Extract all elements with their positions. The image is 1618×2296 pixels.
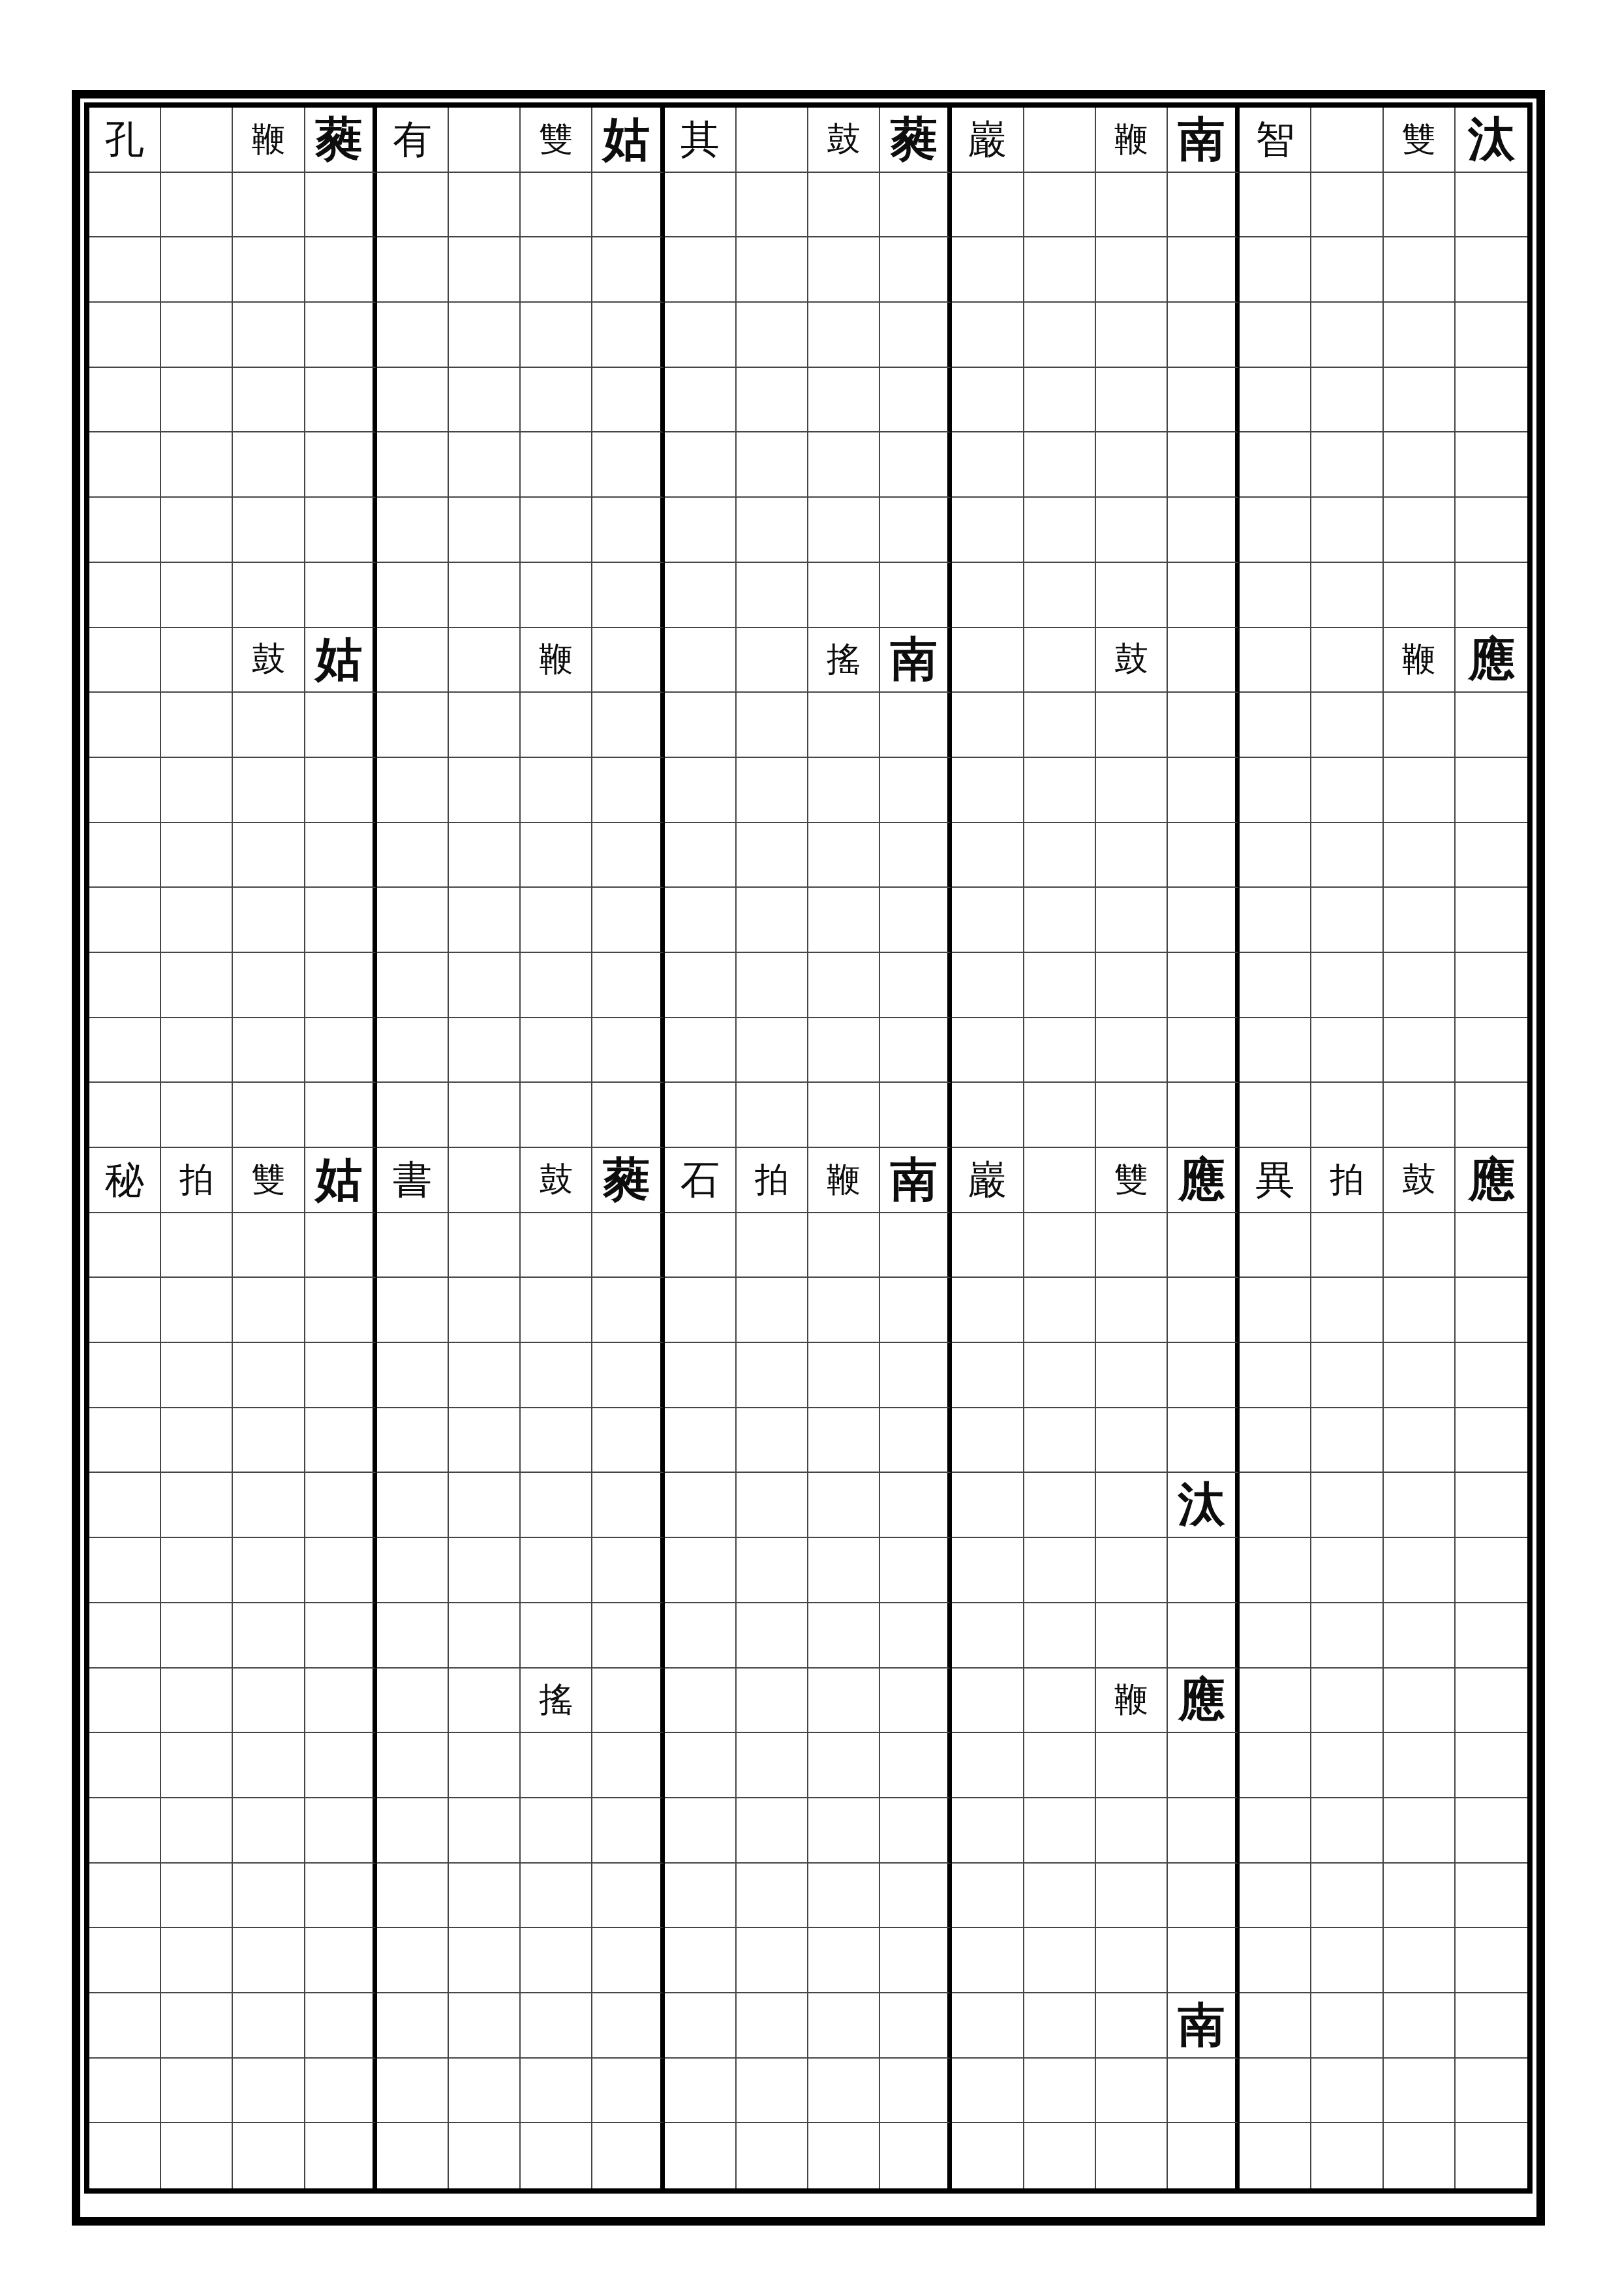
- cell-r19-c15: [1096, 1278, 1168, 1343]
- cell-r13-c10: [737, 888, 808, 953]
- cell-r28-c15: [1096, 1864, 1168, 1929]
- cell-r20-c3: [233, 1343, 305, 1408]
- cell-r21-c1: [89, 1408, 161, 1473]
- cell-r19-c10: [737, 1278, 808, 1343]
- cell-r8-c18: [1311, 563, 1383, 628]
- cell-r28-c2: [161, 1864, 233, 1929]
- cell-r27-c18: [1311, 1798, 1383, 1864]
- cell-r8-c20: [1456, 563, 1527, 628]
- cell-r23-c17: [1240, 1538, 1311, 1603]
- cell-r4-c18: [1311, 303, 1383, 368]
- cell-r27-c15: [1096, 1798, 1168, 1864]
- cell-r30-c5: [377, 1993, 449, 2059]
- cell-r13-c16: [1168, 888, 1240, 953]
- cell-r12-c6: [449, 823, 521, 888]
- cell-r27-c9: [665, 1798, 737, 1864]
- cell-r19-c4: [305, 1278, 377, 1343]
- janggu-glyph: 雙: [1114, 1163, 1148, 1197]
- cell-r26-c15: [1096, 1733, 1168, 1798]
- cell-r18-c9: [665, 1213, 737, 1278]
- cell-r26-c8: [592, 1733, 664, 1798]
- cell-r21-c12: [880, 1408, 952, 1473]
- cell-r32-c6: [449, 2123, 521, 2188]
- cell-r32-c11: [808, 2123, 880, 2188]
- cell-r17-c10: 拍: [737, 1148, 808, 1213]
- cell-r5-c1: [89, 368, 161, 433]
- cell-r7-c5: [377, 498, 449, 563]
- cell-r15-c4: [305, 1018, 377, 1083]
- cell-r5-c4: [305, 368, 377, 433]
- cell-r3-c13: [952, 237, 1024, 303]
- cell-r4-c1: [89, 303, 161, 368]
- cell-r4-c16: [1168, 303, 1240, 368]
- cell-r25-c17: [1240, 1669, 1311, 1734]
- cell-r26-c14: [1024, 1733, 1096, 1798]
- cell-r14-c11: [808, 953, 880, 1018]
- cell-r1-c14: [1024, 108, 1096, 173]
- cell-r23-c2: [161, 1538, 233, 1603]
- cell-r24-c16: [1168, 1603, 1240, 1669]
- cell-r7-c17: [1240, 498, 1311, 563]
- janggu-glyph: 鼓: [1402, 1163, 1436, 1197]
- lyric-glyph: 秘: [105, 1160, 144, 1200]
- cell-r21-c14: [1024, 1408, 1096, 1473]
- cell-r6-c10: [737, 432, 808, 498]
- cell-r25-c7: 搖: [521, 1669, 592, 1734]
- cell-r2-c11: [808, 173, 880, 238]
- cell-r1-c9: 其: [665, 108, 737, 173]
- cell-r7-c12: [880, 498, 952, 563]
- cell-r8-c5: [377, 563, 449, 628]
- cell-r28-c18: [1311, 1864, 1383, 1929]
- cell-r4-c12: [880, 303, 952, 368]
- cell-r19-c2: [161, 1278, 233, 1343]
- cell-r23-c6: [449, 1538, 521, 1603]
- cell-r2-c17: [1240, 173, 1311, 238]
- cell-r31-c11: [808, 2059, 880, 2124]
- cell-r30-c19: [1384, 1993, 1456, 2059]
- pitch-glyph: 南: [891, 636, 938, 683]
- cell-r25-c6: [449, 1669, 521, 1734]
- cell-r7-c9: [665, 498, 737, 563]
- cell-r32-c10: [737, 2123, 808, 2188]
- cell-r32-c18: [1311, 2123, 1383, 2188]
- cell-r8-c1: [89, 563, 161, 628]
- cell-r2-c6: [449, 173, 521, 238]
- bak-glyph: 拍: [179, 1163, 213, 1197]
- cell-r18-c3: [233, 1213, 305, 1278]
- cell-r31-c17: [1240, 2059, 1311, 2124]
- cell-r23-c11: [808, 1538, 880, 1603]
- cell-r29-c10: [737, 1928, 808, 1993]
- cell-r22-c20: [1456, 1473, 1527, 1538]
- cell-r15-c5: [377, 1018, 449, 1083]
- cell-r8-c13: [952, 563, 1024, 628]
- cell-r10-c5: [377, 693, 449, 758]
- cell-r20-c1: [89, 1343, 161, 1408]
- cell-r8-c14: [1024, 563, 1096, 628]
- cell-r16-c7: [521, 1083, 592, 1148]
- bak-glyph: 拍: [755, 1163, 789, 1197]
- cell-r21-c10: [737, 1408, 808, 1473]
- cell-r4-c11: [808, 303, 880, 368]
- cell-r19-c12: [880, 1278, 952, 1343]
- cell-r24-c9: [665, 1603, 737, 1669]
- janggu-glyph: 鼓: [251, 642, 285, 676]
- cell-r20-c19: [1384, 1343, 1456, 1408]
- cell-r28-c14: [1024, 1864, 1096, 1929]
- pitch-glyph: 應: [1178, 1156, 1225, 1203]
- cell-r21-c7: [521, 1408, 592, 1473]
- cell-r15-c6: [449, 1018, 521, 1083]
- cell-r29-c1: [89, 1928, 161, 1993]
- cell-r13-c13: [952, 888, 1024, 953]
- cell-r22-c7: [521, 1473, 592, 1538]
- cell-r15-c15: [1096, 1018, 1168, 1083]
- cell-r12-c19: [1384, 823, 1456, 888]
- cell-r14-c1: [89, 953, 161, 1018]
- pitch-glyph: 汰: [1178, 1481, 1225, 1528]
- cell-r3-c15: [1096, 237, 1168, 303]
- cell-r14-c2: [161, 953, 233, 1018]
- cell-r6-c18: [1311, 432, 1383, 498]
- cell-r21-c15: [1096, 1408, 1168, 1473]
- cell-r8-c8: [592, 563, 664, 628]
- cell-r25-c8: [592, 1669, 664, 1734]
- cell-r16-c11: [808, 1083, 880, 1148]
- cell-r19-c1: [89, 1278, 161, 1343]
- cell-r20-c7: [521, 1343, 592, 1408]
- cell-r7-c2: [161, 498, 233, 563]
- cell-r3-c9: [665, 237, 737, 303]
- cell-r30-c13: [952, 1993, 1024, 2059]
- cell-r13-c20: [1456, 888, 1527, 953]
- cell-r30-c12: [880, 1993, 952, 2059]
- cell-r30-c17: [1240, 1993, 1311, 2059]
- cell-r4-c7: [521, 303, 592, 368]
- cell-r16-c19: [1384, 1083, 1456, 1148]
- cell-r13-c8: [592, 888, 664, 953]
- janggu-glyph: 雙: [251, 1163, 285, 1197]
- cell-r16-c6: [449, 1083, 521, 1148]
- cell-r3-c16: [1168, 237, 1240, 303]
- cell-r5-c5: [377, 368, 449, 433]
- cell-r10-c10: [737, 693, 808, 758]
- cell-r15-c14: [1024, 1018, 1096, 1083]
- cell-r3-c5: [377, 237, 449, 303]
- cell-r7-c11: [808, 498, 880, 563]
- cell-r19-c7: [521, 1278, 592, 1343]
- cell-r15-c11: [808, 1018, 880, 1083]
- cell-r29-c5: [377, 1928, 449, 1993]
- cell-r12-c8: [592, 823, 664, 888]
- cell-r9-c17: [1240, 628, 1311, 693]
- lyric-glyph: 有: [393, 120, 432, 159]
- pitch-glyph: 南: [1178, 2002, 1225, 2049]
- cell-r6-c11: [808, 432, 880, 498]
- cell-r26-c10: [737, 1733, 808, 1798]
- cell-r18-c1: [89, 1213, 161, 1278]
- cell-r25-c5: [377, 1669, 449, 1734]
- cell-r13-c11: [808, 888, 880, 953]
- cell-r10-c2: [161, 693, 233, 758]
- cell-r23-c9: [665, 1538, 737, 1603]
- cell-r2-c19: [1384, 173, 1456, 238]
- cell-r13-c6: [449, 888, 521, 953]
- pitch-glyph: 姑: [603, 116, 650, 163]
- janggu-glyph: 搖: [827, 642, 861, 676]
- cell-r10-c7: [521, 693, 592, 758]
- cell-r1-c2: [161, 108, 233, 173]
- cell-r27-c13: [952, 1798, 1024, 1864]
- cell-r10-c11: [808, 693, 880, 758]
- cell-r10-c8: [592, 693, 664, 758]
- cell-r21-c3: [233, 1408, 305, 1473]
- cell-r9-c7: 鞭: [521, 628, 592, 693]
- cell-r20-c20: [1456, 1343, 1527, 1408]
- cell-r30-c11: [808, 1993, 880, 2059]
- cell-r32-c2: [161, 2123, 233, 2188]
- cell-r12-c15: [1096, 823, 1168, 888]
- cell-r32-c1: [89, 2123, 161, 2188]
- lyric-glyph: 巖: [968, 120, 1007, 159]
- cell-r24-c7: [521, 1603, 592, 1669]
- cell-r31-c18: [1311, 2059, 1383, 2124]
- cell-r24-c14: [1024, 1603, 1096, 1669]
- cell-r3-c2: [161, 237, 233, 303]
- cell-r9-c10: [737, 628, 808, 693]
- cell-r13-c3: [233, 888, 305, 953]
- cell-r16-c12: [880, 1083, 952, 1148]
- cell-r11-c12: [880, 758, 952, 823]
- lyric-glyph: 異: [1255, 1160, 1294, 1200]
- cell-r1-c17: 智: [1240, 108, 1311, 173]
- lyric-glyph: 孔: [105, 120, 144, 159]
- cell-r8-c6: [449, 563, 521, 628]
- cell-r32-c15: [1096, 2123, 1168, 2188]
- cell-r19-c20: [1456, 1278, 1527, 1343]
- cell-r29-c19: [1384, 1928, 1456, 1993]
- cell-r7-c18: [1311, 498, 1383, 563]
- cell-r25-c11: [808, 1669, 880, 1734]
- cell-r21-c20: [1456, 1408, 1527, 1473]
- cell-r20-c5: [377, 1343, 449, 1408]
- cell-r13-c9: [665, 888, 737, 953]
- cell-r26-c5: [377, 1733, 449, 1798]
- cell-r5-c7: [521, 368, 592, 433]
- cell-r14-c9: [665, 953, 737, 1018]
- cell-r16-c14: [1024, 1083, 1096, 1148]
- cell-r12-c3: [233, 823, 305, 888]
- cell-r21-c18: [1311, 1408, 1383, 1473]
- jeonggan-grid: 孔鞭蕤有雙姑其鼓蕤巖鞭南智雙汰鼓姑鞭搖南鼓鞭應秘拍雙姑書鼓蕤石拍鞭南巖雙應異拍鼓…: [89, 108, 1527, 2188]
- cell-r8-c11: [808, 563, 880, 628]
- cell-r12-c16: [1168, 823, 1240, 888]
- cell-r19-c8: [592, 1278, 664, 1343]
- cell-r9-c4: 姑: [305, 628, 377, 693]
- cell-r5-c18: [1311, 368, 1383, 433]
- cell-r13-c7: [521, 888, 592, 953]
- cell-r22-c6: [449, 1473, 521, 1538]
- cell-r19-c9: [665, 1278, 737, 1343]
- cell-r24-c17: [1240, 1603, 1311, 1669]
- cell-r13-c2: [161, 888, 233, 953]
- cell-r29-c15: [1096, 1928, 1168, 1993]
- cell-r2-c12: [880, 173, 952, 238]
- cell-r30-c20: [1456, 1993, 1527, 2059]
- cell-r13-c17: [1240, 888, 1311, 953]
- cell-r4-c15: [1096, 303, 1168, 368]
- cell-r1-c12: 蕤: [880, 108, 952, 173]
- cell-r11-c13: [952, 758, 1024, 823]
- cell-r16-c3: [233, 1083, 305, 1148]
- cell-r16-c16: [1168, 1083, 1240, 1148]
- cell-r7-c1: [89, 498, 161, 563]
- cell-r25-c9: [665, 1669, 737, 1734]
- cell-r24-c12: [880, 1603, 952, 1669]
- cell-r25-c10: [737, 1669, 808, 1734]
- cell-r26-c7: [521, 1733, 592, 1798]
- cell-r17-c17: 異: [1240, 1148, 1311, 1213]
- cell-r13-c1: [89, 888, 161, 953]
- cell-r31-c16: [1168, 2059, 1240, 2124]
- cell-r22-c19: [1384, 1473, 1456, 1538]
- cell-r15-c13: [952, 1018, 1024, 1083]
- cell-r23-c14: [1024, 1538, 1096, 1603]
- cell-r25-c2: [161, 1669, 233, 1734]
- cell-r4-c2: [161, 303, 233, 368]
- cell-r2-c1: [89, 173, 161, 238]
- cell-r26-c16: [1168, 1733, 1240, 1798]
- cell-r18-c18: [1311, 1213, 1383, 1278]
- cell-r17-c15: 雙: [1096, 1148, 1168, 1213]
- cell-r11-c5: [377, 758, 449, 823]
- cell-r21-c6: [449, 1408, 521, 1473]
- cell-r29-c3: [233, 1928, 305, 1993]
- cell-r20-c11: [808, 1343, 880, 1408]
- cell-r22-c12: [880, 1473, 952, 1538]
- cell-r9-c1: [89, 628, 161, 693]
- cell-r27-c19: [1384, 1798, 1456, 1864]
- lyric-glyph: 其: [680, 120, 720, 159]
- score-page: 孔鞭蕤有雙姑其鼓蕤巖鞭南智雙汰鼓姑鞭搖南鼓鞭應秘拍雙姑書鼓蕤石拍鞭南巖雙應異拍鼓…: [0, 0, 1618, 2296]
- cell-r18-c17: [1240, 1213, 1311, 1278]
- cell-r27-c6: [449, 1798, 521, 1864]
- pitch-glyph: 蕤: [603, 1156, 650, 1203]
- cell-r29-c7: [521, 1928, 592, 1993]
- cell-r22-c1: [89, 1473, 161, 1538]
- cell-r11-c16: [1168, 758, 1240, 823]
- cell-r10-c1: [89, 693, 161, 758]
- cell-r32-c4: [305, 2123, 377, 2188]
- cell-r31-c5: [377, 2059, 449, 2124]
- cell-r9-c2: [161, 628, 233, 693]
- cell-r5-c12: [880, 368, 952, 433]
- cell-r17-c8: 蕤: [592, 1148, 664, 1213]
- cell-r12-c1: [89, 823, 161, 888]
- cell-r6-c9: [665, 432, 737, 498]
- cell-r31-c3: [233, 2059, 305, 2124]
- cell-r21-c11: [808, 1408, 880, 1473]
- cell-r6-c4: [305, 432, 377, 498]
- pitch-glyph: 蕤: [891, 116, 938, 163]
- cell-r14-c7: [521, 953, 592, 1018]
- cell-r26-c1: [89, 1733, 161, 1798]
- cell-r18-c8: [592, 1213, 664, 1278]
- cell-r28-c12: [880, 1864, 952, 1929]
- cell-r28-c1: [89, 1864, 161, 1929]
- cell-r12-c9: [665, 823, 737, 888]
- cell-r1-c4: 蕤: [305, 108, 377, 173]
- cell-r20-c8: [592, 1343, 664, 1408]
- cell-r2-c5: [377, 173, 449, 238]
- cell-r12-c4: [305, 823, 377, 888]
- cell-r2-c14: [1024, 173, 1096, 238]
- cell-r22-c16: 汰: [1168, 1473, 1240, 1538]
- cell-r18-c4: [305, 1213, 377, 1278]
- cell-r13-c12: [880, 888, 952, 953]
- cell-r9-c5: [377, 628, 449, 693]
- cell-r3-c8: [592, 237, 664, 303]
- cell-r27-c14: [1024, 1798, 1096, 1864]
- cell-r24-c13: [952, 1603, 1024, 1669]
- cell-r13-c19: [1384, 888, 1456, 953]
- cell-r7-c10: [737, 498, 808, 563]
- cell-r28-c13: [952, 1864, 1024, 1929]
- cell-r20-c9: [665, 1343, 737, 1408]
- cell-r9-c8: [592, 628, 664, 693]
- cell-r19-c18: [1311, 1278, 1383, 1343]
- cell-r11-c17: [1240, 758, 1311, 823]
- cell-r16-c20: [1456, 1083, 1527, 1148]
- cell-r7-c8: [592, 498, 664, 563]
- cell-r12-c13: [952, 823, 1024, 888]
- pitch-glyph: 南: [1178, 116, 1225, 163]
- cell-r15-c3: [233, 1018, 305, 1083]
- cell-r20-c17: [1240, 1343, 1311, 1408]
- cell-r15-c12: [880, 1018, 952, 1083]
- cell-r7-c6: [449, 498, 521, 563]
- cell-r11-c7: [521, 758, 592, 823]
- cell-r18-c11: [808, 1213, 880, 1278]
- cell-r29-c16: [1168, 1928, 1240, 1993]
- cell-r9-c3: 鼓: [233, 628, 305, 693]
- cell-r16-c5: [377, 1083, 449, 1148]
- pitch-glyph: 蕤: [315, 116, 362, 163]
- cell-r16-c10: [737, 1083, 808, 1148]
- cell-r21-c17: [1240, 1408, 1311, 1473]
- cell-r11-c20: [1456, 758, 1527, 823]
- cell-r29-c11: [808, 1928, 880, 1993]
- cell-r26-c6: [449, 1733, 521, 1798]
- cell-r10-c4: [305, 693, 377, 758]
- cell-r20-c13: [952, 1343, 1024, 1408]
- cell-r15-c10: [737, 1018, 808, 1083]
- janggu-glyph: 鞭: [827, 1163, 861, 1197]
- cell-r4-c3: [233, 303, 305, 368]
- cell-r24-c2: [161, 1603, 233, 1669]
- cell-r29-c13: [952, 1928, 1024, 1993]
- cell-r31-c6: [449, 2059, 521, 2124]
- cell-r18-c19: [1384, 1213, 1456, 1278]
- cell-r17-c18: 拍: [1311, 1148, 1383, 1213]
- cell-r11-c19: [1384, 758, 1456, 823]
- cell-r23-c13: [952, 1538, 1024, 1603]
- cell-r9-c14: [1024, 628, 1096, 693]
- cell-r5-c15: [1096, 368, 1168, 433]
- cell-r9-c13: [952, 628, 1024, 693]
- cell-r14-c15: [1096, 953, 1168, 1018]
